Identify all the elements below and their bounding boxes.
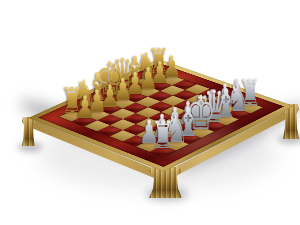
board-foot [22, 117, 35, 146]
board-foot [149, 167, 182, 198]
chess-board [28, 59, 294, 172]
chess-set-photo: ♜♟♞♟♝♟♛♟♚♟♟♝♜♟♟♞♞♟♟♜♝♟♟♛♟♚♟♝♟♞♟♜ [0, 0, 300, 225]
board-grid [59, 71, 262, 157]
